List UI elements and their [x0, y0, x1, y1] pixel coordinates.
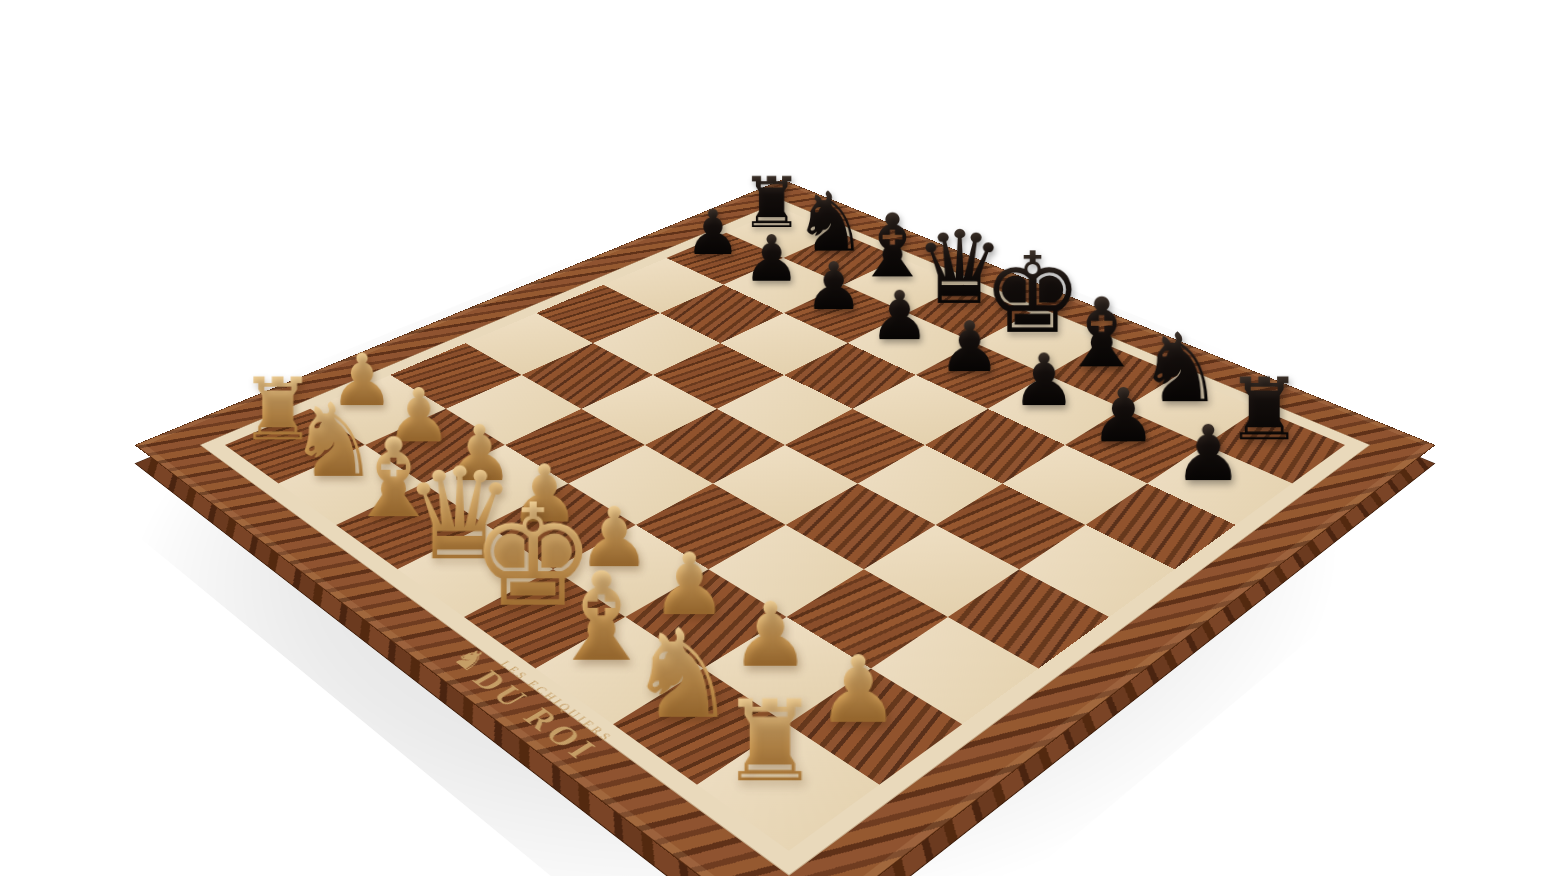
piece-white-rook-h1[interactable]: ♜ [705, 684, 835, 797]
photo-background: ♜♞♝♛♚♝♞♜♟♟♟♟♟♟♟♟♟♟♟♟♟♟♟♟♜♞♝♛♚♝♞♜ ♞ LES E… [0, 0, 1549, 876]
square-h4[interactable] [948, 569, 1109, 668]
board-squares: ♜♞♝♛♚♝♞♜♟♟♟♟♟♟♟♟♟♟♟♟♟♟♟♟♜♞♝♛♚♝♞♜ [225, 209, 1345, 851]
chess-board: ♜♞♝♛♚♝♞♜♟♟♟♟♟♟♟♟♟♟♟♟♟♟♟♟♜♞♝♛♚♝♞♜ ♞ LES E… [134, 179, 1435, 876]
piece-black-pawn-h7[interactable]: ♟ [1157, 414, 1260, 491]
scene: ♜♞♝♛♚♝♞♜♟♟♟♟♟♟♟♟♟♟♟♟♟♟♟♟♜♞♝♛♚♝♞♜ ♞ LES E… [0, 0, 1549, 876]
board-tilt-wrapper: ♜♞♝♛♚♝♞♜♟♟♟♟♟♟♟♟♟♟♟♟♟♟♟♟♜♞♝♛♚♝♞♜ ♞ LES E… [134, 179, 1435, 876]
